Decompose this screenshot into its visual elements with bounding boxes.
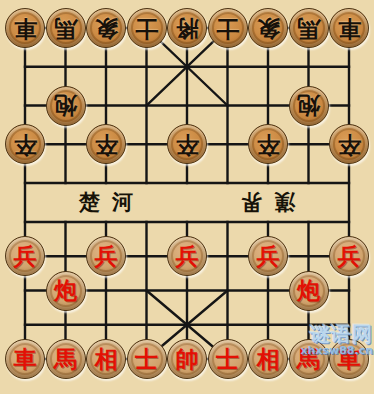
piece-glyph: 士 xyxy=(216,17,239,40)
piece-glyph: 卒 xyxy=(257,133,280,156)
piece-glyph: 兵 xyxy=(257,245,280,268)
piece-glyph: 炮 xyxy=(297,94,320,117)
piece-black-chariot[interactable]: 車 xyxy=(5,8,45,48)
piece-glyph: 馬 xyxy=(54,17,77,40)
piece-black-soldier[interactable]: 卒 xyxy=(167,124,207,164)
piece-red-elephant[interactable]: 相 xyxy=(248,339,288,379)
xiangqi-board[interactable]: 楚河 漢界 車馬象士將士象馬車炮炮卒卒卒卒卒兵兵兵兵兵炮炮車馬相士帥士相馬車 谜… xyxy=(0,0,374,394)
piece-red-advisor[interactable]: 士 xyxy=(208,339,248,379)
piece-black-horse[interactable]: 馬 xyxy=(289,8,329,48)
piece-black-chariot[interactable]: 車 xyxy=(329,8,369,48)
piece-glyph: 士 xyxy=(135,348,158,371)
piece-red-cannon[interactable]: 炮 xyxy=(46,271,86,311)
piece-black-elephant[interactable]: 象 xyxy=(248,8,288,48)
piece-glyph: 馬 xyxy=(297,17,320,40)
river-label-hanjie: 漢界 xyxy=(229,188,307,216)
piece-red-chariot[interactable]: 車 xyxy=(5,339,45,379)
piece-glyph: 卒 xyxy=(95,133,118,156)
piece-red-general[interactable]: 帥 xyxy=(167,339,207,379)
piece-red-soldier[interactable]: 兵 xyxy=(167,236,207,276)
piece-glyph: 兵 xyxy=(338,245,361,268)
piece-black-soldier[interactable]: 卒 xyxy=(248,124,288,164)
piece-black-elephant[interactable]: 象 xyxy=(86,8,126,48)
piece-red-chariot[interactable]: 車 xyxy=(329,339,369,379)
piece-glyph: 兵 xyxy=(95,245,118,268)
piece-red-cannon[interactable]: 炮 xyxy=(289,271,329,311)
piece-glyph: 卒 xyxy=(338,133,361,156)
piece-glyph: 炮 xyxy=(54,279,77,302)
piece-glyph: 相 xyxy=(257,348,280,371)
piece-glyph: 兵 xyxy=(14,245,37,268)
piece-glyph: 象 xyxy=(95,17,118,40)
piece-red-soldier[interactable]: 兵 xyxy=(329,236,369,276)
piece-glyph: 車 xyxy=(338,348,361,371)
piece-glyph: 士 xyxy=(135,17,158,40)
piece-black-cannon[interactable]: 炮 xyxy=(289,86,329,126)
piece-glyph: 車 xyxy=(14,348,37,371)
piece-glyph: 馬 xyxy=(54,348,77,371)
piece-red-horse[interactable]: 馬 xyxy=(46,339,86,379)
piece-glyph: 車 xyxy=(338,17,361,40)
piece-glyph: 兵 xyxy=(176,245,199,268)
piece-glyph: 車 xyxy=(14,17,37,40)
board-grid-lines xyxy=(0,0,374,394)
piece-glyph: 士 xyxy=(216,348,239,371)
piece-red-soldier[interactable]: 兵 xyxy=(5,236,45,276)
piece-black-soldier[interactable]: 卒 xyxy=(5,124,45,164)
piece-red-soldier[interactable]: 兵 xyxy=(248,236,288,276)
piece-black-soldier[interactable]: 卒 xyxy=(86,124,126,164)
piece-red-horse[interactable]: 馬 xyxy=(289,339,329,379)
piece-glyph: 將 xyxy=(176,17,199,40)
piece-black-horse[interactable]: 馬 xyxy=(46,8,86,48)
piece-glyph: 帥 xyxy=(176,348,199,371)
piece-red-advisor[interactable]: 士 xyxy=(127,339,167,379)
piece-red-elephant[interactable]: 相 xyxy=(86,339,126,379)
piece-red-soldier[interactable]: 兵 xyxy=(86,236,126,276)
piece-glyph: 卒 xyxy=(14,133,37,156)
piece-glyph: 卒 xyxy=(176,133,199,156)
piece-black-general[interactable]: 將 xyxy=(167,8,207,48)
piece-black-soldier[interactable]: 卒 xyxy=(329,124,369,164)
piece-black-cannon[interactable]: 炮 xyxy=(46,86,86,126)
piece-glyph: 炮 xyxy=(54,94,77,117)
piece-glyph: 炮 xyxy=(297,279,320,302)
piece-glyph: 象 xyxy=(257,17,280,40)
piece-glyph: 馬 xyxy=(297,348,320,371)
river-label-chuhe: 楚河 xyxy=(67,188,145,216)
piece-glyph: 相 xyxy=(95,348,118,371)
piece-black-advisor[interactable]: 士 xyxy=(127,8,167,48)
piece-black-advisor[interactable]: 士 xyxy=(208,8,248,48)
